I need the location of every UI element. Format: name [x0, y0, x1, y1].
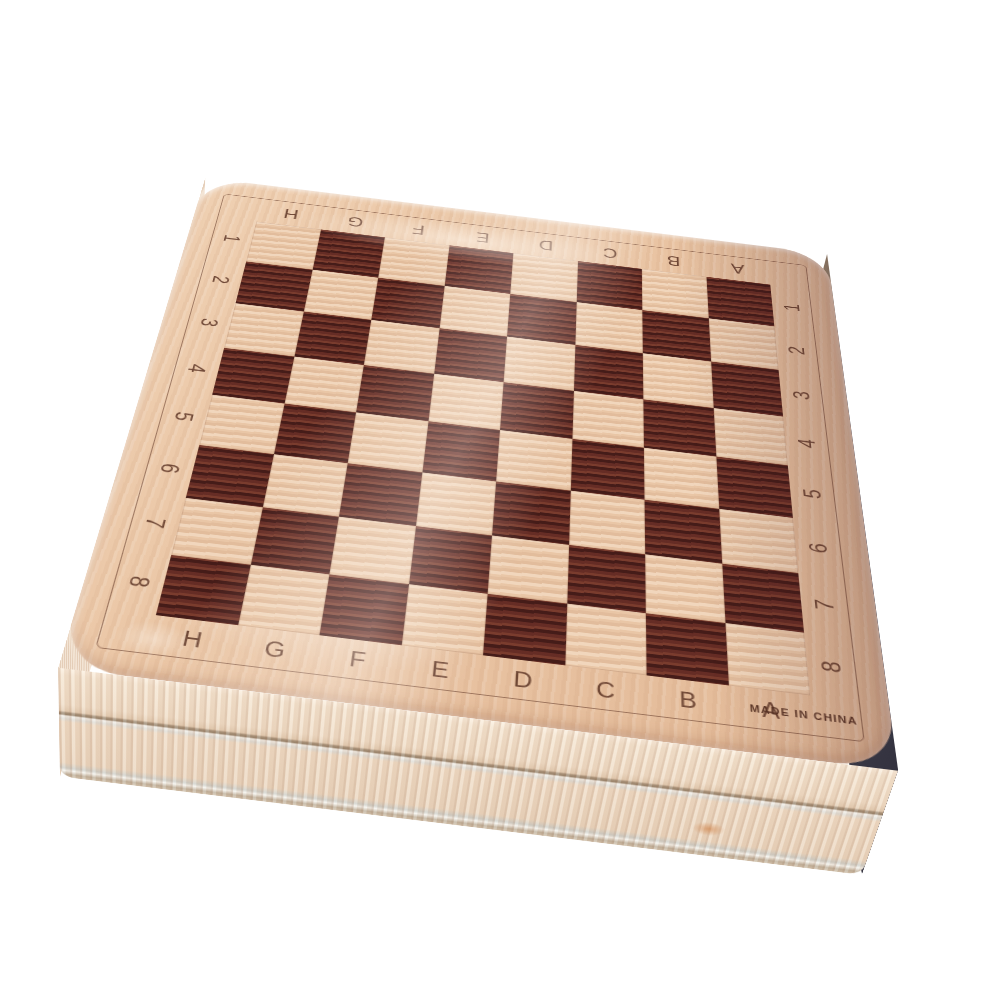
- square-e4: [428, 373, 504, 430]
- square-g5: [274, 403, 357, 462]
- square-d6: [492, 481, 570, 545]
- square-b5: [644, 448, 719, 509]
- square-f6: [339, 463, 422, 526]
- square-b7: [645, 554, 725, 622]
- square-h6: [186, 445, 274, 508]
- square-a8: [725, 623, 810, 696]
- square-d4: [500, 382, 573, 439]
- file-label-near-e: E: [396, 645, 483, 695]
- rank-label-left-5: 5: [143, 397, 224, 436]
- square-h5: [199, 395, 284, 454]
- square-b8: [646, 613, 729, 686]
- rank-label-left-8: 8: [94, 558, 184, 605]
- board-grid: [156, 221, 810, 695]
- tin-box: H G F E D C B A H G F E D C B A: [58, 178, 898, 771]
- file-label-near-f: F: [313, 635, 401, 685]
- square-e5: [422, 421, 500, 481]
- square-d7: [488, 535, 569, 603]
- rank-label-left-7: 7: [111, 501, 198, 545]
- square-f4: [356, 365, 434, 421]
- square-f7: [329, 517, 415, 584]
- square-a6: [719, 508, 799, 573]
- rank-labels-left: 1 2 3 4 5 6 7 8: [106, 217, 256, 615]
- square-g6: [262, 454, 347, 517]
- rank-label-right-7: 7: [784, 583, 866, 629]
- square-e8: [401, 584, 487, 656]
- square-c4: [572, 390, 644, 447]
- square-a7: [722, 564, 804, 633]
- square-b6: [645, 499, 722, 563]
- square-c6: [569, 490, 646, 554]
- square-h8: [156, 555, 251, 626]
- square-d8: [483, 593, 567, 665]
- square-g4: [284, 356, 364, 412]
- square-g8: [238, 564, 330, 635]
- product-photo: H G F E D C B A H G F E D C B A: [0, 0, 1000, 1000]
- file-label-near-c: C: [564, 665, 648, 715]
- rank-label-right-6: 6: [779, 526, 858, 569]
- file-label-near-d: D: [480, 655, 565, 705]
- square-h7: [171, 498, 262, 564]
- rank-label-right-8: 8: [790, 642, 875, 690]
- scene: H G F E D C B A H G F E D C B A: [0, 0, 1000, 1000]
- square-f8: [319, 574, 408, 645]
- file-label-near-h: H: [146, 615, 238, 664]
- file-label-near-a: A: [728, 685, 814, 736]
- square-b4: [643, 399, 716, 456]
- rank-labels-right: 1 2 3 4 5 6 7 8: [770, 285, 860, 702]
- square-d5: [496, 430, 572, 490]
- square-e7: [409, 526, 492, 593]
- square-e6: [415, 472, 496, 535]
- square-c8: [565, 603, 647, 675]
- made-in-china-text: MADE IN CHINA: [748, 688, 860, 742]
- square-f5: [348, 412, 428, 472]
- rank-label-right-5: 5: [775, 474, 852, 515]
- file-label-near-b: B: [647, 675, 731, 725]
- file-label-near-g: G: [229, 625, 319, 674]
- square-c7: [567, 545, 646, 613]
- square-g7: [250, 507, 339, 574]
- square-c5: [570, 439, 644, 499]
- square-a5: [716, 457, 793, 518]
- tin-lid-top: H G F E D C B A H G F E D C B A: [58, 178, 898, 771]
- rank-label-left-6: 6: [127, 447, 211, 488]
